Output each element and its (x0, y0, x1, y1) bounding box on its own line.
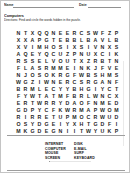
grid-cell: H (99, 72, 106, 79)
grid-cell: F (71, 72, 78, 79)
grid-cell: D (113, 100, 120, 107)
grid-cell: N (99, 93, 106, 100)
grid-cell: N (78, 51, 85, 58)
grid-cell: Y (57, 100, 64, 107)
grid-cell: X (113, 93, 120, 100)
grid-cell: Y (99, 86, 106, 93)
grid-cell: N (99, 44, 106, 51)
grid-cell: D (36, 128, 43, 135)
grid-cell: O (106, 107, 113, 114)
grid-cell: U (57, 51, 64, 58)
grid-cell: E (57, 37, 64, 44)
grid-cell: X (29, 30, 36, 37)
grid-cell: A (29, 37, 36, 44)
grid-cell: C (71, 79, 78, 86)
grid-cell: S (29, 58, 36, 65)
grid-cell: W (36, 100, 43, 107)
grid-cell: S (113, 72, 120, 79)
grid-cell: U (85, 51, 92, 58)
grid-cell: A (92, 37, 99, 44)
grid-cell: R (71, 107, 78, 114)
grid-cell: B (85, 37, 92, 44)
grid-cell: H (43, 44, 50, 51)
footer-fine-print (49, 161, 91, 162)
grid-cell: S (78, 44, 85, 51)
grid-cell: A (99, 79, 106, 86)
grid-cell: O (15, 121, 22, 128)
grid-cell: W (85, 128, 92, 135)
grid-cell: D (99, 121, 106, 128)
grid-cell: W (99, 107, 106, 114)
grid-cell: M (57, 65, 64, 72)
grid-cell: O (29, 72, 36, 79)
grid-cell: W (29, 93, 36, 100)
grid-cell: G (22, 79, 29, 86)
grid-cell: Q (22, 51, 29, 58)
grid-cell: V (106, 65, 113, 72)
word-bank-left-column: INTERNETCOMPUTERMOUSESCREEN (45, 142, 66, 160)
grid-cell: L (78, 37, 85, 44)
grid-cell: M (15, 128, 22, 135)
grid-cell: X (15, 44, 22, 51)
grid-cell: U (99, 128, 106, 135)
grid-cell: M (29, 86, 36, 93)
grid-cell: A (29, 65, 36, 72)
grid-cell: H (78, 121, 85, 128)
grid-cell: N (50, 79, 57, 86)
grid-cell: I (64, 44, 71, 51)
grid-cell: M (78, 107, 85, 114)
grid-cell: E (50, 121, 57, 128)
grid-cell: Q (43, 30, 50, 37)
grid-cell: D (22, 107, 29, 114)
grid-cell: I (85, 44, 92, 51)
grid-cell: J (22, 72, 29, 79)
grid-cell: B (99, 58, 106, 65)
grid-cell: G (92, 79, 99, 86)
grid-cell: T (71, 58, 78, 65)
grid-cell: N (78, 65, 85, 72)
grid-cell: E (43, 128, 50, 135)
grid-cell: F (15, 93, 22, 100)
grid-cell: R (71, 30, 78, 37)
grid-cell: F (64, 93, 71, 100)
grid-cell: T (113, 86, 120, 93)
grid-cell: C (85, 114, 92, 121)
grid-cell: W (92, 30, 99, 37)
grid-cell: G (15, 107, 22, 114)
grid-cell: M (36, 44, 43, 51)
grid-cell: Q (43, 51, 50, 58)
grid-cell: I (71, 65, 78, 72)
grid-cell: N (92, 100, 99, 107)
grid-cell: B (113, 37, 120, 44)
grid-cell: I (106, 51, 113, 58)
grid-cell: G (92, 121, 99, 128)
grid-cell: W (15, 79, 22, 86)
grid-cell: A (85, 107, 92, 114)
grid-cell: K (106, 128, 113, 135)
grid-cell: S (22, 121, 29, 128)
grid-cell: M (113, 107, 120, 114)
grid-cell: F (99, 30, 106, 37)
grid-cell: I (22, 114, 29, 121)
grid-cell: U (64, 58, 71, 65)
grid-cell: O (78, 100, 85, 107)
grid-cell: C (106, 86, 113, 93)
grid-cell: X (22, 37, 29, 44)
name-label: Name (4, 3, 14, 7)
copyright-vertical-fine-print (124, 60, 125, 146)
grid-cell: R (85, 79, 92, 86)
grid-cell: O (43, 72, 50, 79)
word-bank-right-column: DISKE-MAILSURFKEYBOARD (74, 142, 95, 160)
grid-cell: G (29, 128, 36, 135)
grid-cell: Z (106, 30, 113, 37)
grid-cell: Z (85, 58, 92, 65)
grid-cell: X (106, 44, 113, 51)
grid-cell: X (78, 58, 85, 65)
grid-cell: V (50, 58, 57, 65)
grid-cell: Z (64, 51, 71, 58)
grid-cell: D (113, 114, 120, 121)
grid-cell: R (64, 79, 71, 86)
grid-cell: G (43, 37, 50, 44)
grid-cell: R (57, 72, 64, 79)
grid-cell: A (43, 93, 50, 100)
grid-cell: K (57, 107, 64, 114)
grid-cell: I (92, 86, 99, 93)
grid-cell: N (106, 79, 113, 86)
grid-cell: X (92, 51, 99, 58)
date-label: Date (79, 3, 87, 7)
grid-cell: E (43, 114, 50, 121)
grid-cell: Y (64, 121, 71, 128)
grid-cell: Y (57, 86, 64, 93)
word-list-item: SCREEN (45, 155, 66, 160)
grid-cell: R (78, 93, 85, 100)
grid-cell: L (43, 58, 50, 65)
grid-cell: T (50, 37, 57, 44)
grid-cell: N (50, 30, 57, 37)
grid-cell: R (43, 65, 50, 72)
grid-cell: M (71, 114, 78, 121)
grid-cell: C (99, 51, 106, 58)
grid-cell: R (92, 58, 99, 65)
grid-cell: V (99, 37, 106, 44)
grid-cell: R (43, 100, 50, 107)
grid-cell: I (64, 128, 71, 135)
grid-cell: B (71, 37, 78, 44)
grid-cell: C (106, 93, 113, 100)
grid-cell: T (29, 100, 36, 107)
grid-cell: U (106, 114, 113, 121)
grid-cell: S (36, 72, 43, 79)
grid-cell: K (50, 72, 57, 79)
grid-cell: W (92, 93, 99, 100)
grid-cell: P (36, 37, 43, 44)
grid-cell: I (113, 121, 120, 128)
grid-cell: G (64, 72, 71, 79)
worksheet-content: Name Date Computers Directions: Find and… (1, 1, 130, 173)
grid-cell: W (64, 107, 71, 114)
grid-cell: F (85, 100, 92, 107)
grid-cell: E (57, 79, 64, 86)
grid-cell: P (113, 128, 120, 135)
grid-cell: A (71, 100, 78, 107)
grid-cell: L (22, 65, 29, 72)
grid-cell: S (22, 58, 29, 65)
grid-cell: S (92, 72, 99, 79)
grid-cell: E (64, 65, 71, 72)
grid-cell: B (71, 93, 78, 100)
grid-cell: F (15, 65, 22, 72)
grid-cell: R (50, 100, 57, 107)
grid-cell: E (64, 30, 71, 37)
grid-cell: P (113, 30, 120, 37)
grid-cell: S (85, 30, 92, 37)
grid-cell: K (22, 128, 29, 135)
grid-cell: Y (29, 121, 36, 128)
grid-cell: B (85, 72, 92, 79)
grid-cell: N (15, 72, 22, 79)
word-search-grid: NTXQQNEERCSWFZPXXAPGTEBBLBAVLBXVIMHOSIXS… (15, 30, 120, 135)
grid-cell: B (64, 37, 71, 44)
grid-cell: U (57, 114, 64, 121)
worksheet-title: Computers (4, 14, 24, 19)
grid-cell: S (57, 44, 64, 51)
grid-cell: E (57, 30, 64, 37)
grid-cell: C (78, 30, 85, 37)
grid-cell: I (29, 44, 36, 51)
grid-cell: P (92, 107, 99, 114)
grid-cell: S (113, 44, 120, 51)
grid-cell: I (71, 128, 78, 135)
grid-cell: M (50, 65, 57, 72)
grid-cell: O (50, 44, 57, 51)
grid-cell: R (15, 114, 22, 121)
grid-cell: X (71, 121, 78, 128)
grid-cell: Y (36, 51, 43, 58)
grid-cell: S (36, 65, 43, 72)
grid-cell: V (22, 44, 29, 51)
grid-cell: F (50, 107, 57, 114)
grid-cell: M (57, 93, 64, 100)
grid-cell: P (71, 51, 78, 58)
grid-cell: Q (36, 30, 43, 37)
grid-cell: K (85, 65, 92, 72)
grid-cell: G (43, 121, 50, 128)
grid-cell: I (57, 121, 64, 128)
grid-cell: D (64, 100, 71, 107)
grid-cell: R (22, 100, 29, 107)
grid-cell: L (106, 37, 113, 44)
grid-cell: C (50, 86, 57, 93)
grid-cell: C (43, 107, 50, 114)
divider-rule-top (7, 135, 125, 136)
grid-cell: D (36, 121, 43, 128)
grid-cell: M (99, 100, 106, 107)
grid-cell: I (36, 79, 43, 86)
grid-cell: N (113, 58, 120, 65)
grid-cell: E (106, 100, 113, 107)
grid-cell: Z (29, 79, 36, 86)
grid-cell: F (99, 65, 106, 72)
grid-cell: B (15, 86, 22, 93)
grid-cell: T (78, 128, 85, 135)
grid-cell: T (22, 30, 29, 37)
grid-cell: R (92, 114, 99, 121)
grid-cell: V (92, 44, 99, 51)
grid-cell: Y (64, 86, 71, 93)
grid-cell: O (78, 114, 85, 121)
grid-cell: C (50, 51, 57, 58)
grid-cell: M (106, 72, 113, 79)
grid-cell: H (78, 86, 85, 93)
grid-cell: P (29, 107, 36, 114)
grid-cell: E (113, 65, 120, 72)
grid-cell: B (71, 86, 78, 93)
grid-cell: X (15, 37, 22, 44)
grid-cell: G (50, 128, 57, 135)
grid-cell: X (71, 44, 78, 51)
name-blank-line (13, 7, 74, 8)
grid-cell: L (85, 93, 92, 100)
grid-cell: E (29, 51, 36, 58)
grid-cell: S (78, 79, 85, 86)
grid-cell: G (85, 86, 92, 93)
grid-cell: T (50, 114, 57, 121)
grid-cell: K (113, 51, 120, 58)
grid-cell: O (57, 58, 64, 65)
grid-cell: E (36, 58, 43, 65)
grid-cell: E (43, 86, 50, 93)
grid-cell: N (15, 30, 22, 37)
grid-cell: E (15, 100, 22, 107)
word-list-item: KEYBOARD (74, 155, 95, 160)
grid-cell: L (36, 86, 43, 93)
grid-cell: T (50, 93, 57, 100)
grid-cell: R (22, 86, 29, 93)
grid-cell: P (64, 114, 71, 121)
grid-cell: T (36, 93, 43, 100)
grid-cell: W (43, 79, 50, 86)
divider-rule-bottom (7, 170, 125, 171)
grid-cell: W (78, 72, 85, 79)
grid-cell: R (36, 114, 43, 121)
grid-cell: R (29, 114, 36, 121)
grid-cell: N (57, 128, 64, 135)
grid-cell: Y (92, 128, 99, 135)
grid-cell: R (15, 58, 22, 65)
grid-cell: Y (22, 93, 29, 100)
grid-cell: A (15, 51, 22, 58)
grid-cell: T (106, 58, 113, 65)
grid-cell: Y (36, 107, 43, 114)
grid-cell: F (106, 121, 113, 128)
grid-cell: W (99, 114, 106, 121)
worksheet-page: Name Date Computers Directions: Find and… (0, 0, 130, 173)
grid-cell: J (92, 65, 99, 72)
directions-text: Directions: Find and circle the words hi… (4, 19, 81, 22)
date-blank-line (88, 7, 121, 8)
grid-cell: T (85, 121, 92, 128)
grid-cell: F (113, 79, 120, 86)
